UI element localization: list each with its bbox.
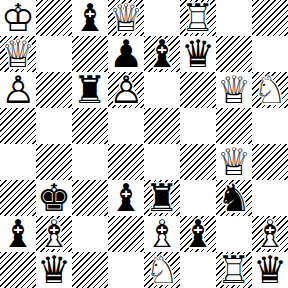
square-a2[interactable]: ♝♝ [0, 216, 36, 252]
piece-halo: ♞ [216, 180, 252, 216]
piece-halo: ♝ [144, 36, 180, 72]
square-c2[interactable] [72, 216, 108, 252]
square-h1[interactable]: ♛♛ [252, 252, 288, 288]
square-g5[interactable] [216, 108, 252, 144]
piece-halo: ♜ [144, 180, 180, 216]
piece-halo: ♟ [108, 72, 144, 108]
piece-halo: ♝ [0, 216, 36, 252]
square-a5[interactable] [0, 108, 36, 144]
square-c4[interactable] [72, 144, 108, 180]
piece-black-queen: ♛ [36, 252, 72, 288]
square-d3[interactable]: ♝♝ [108, 180, 144, 216]
piece-black-knight: ♞ [216, 180, 252, 216]
square-h3[interactable] [252, 180, 288, 216]
piece-halo: ♛ [180, 36, 216, 72]
square-f2[interactable]: ♝♝ [180, 216, 216, 252]
square-a7[interactable]: ♛♕ [0, 36, 36, 72]
square-a1[interactable] [0, 252, 36, 288]
piece-halo: ♚ [36, 180, 72, 216]
square-f5[interactable] [180, 108, 216, 144]
square-h2[interactable]: ♝♗ [252, 216, 288, 252]
piece-white-rook: ♖ [216, 252, 252, 288]
square-h8[interactable] [252, 0, 288, 36]
square-b4[interactable] [36, 144, 72, 180]
piece-halo: ♝ [252, 216, 288, 252]
piece-black-king: ♚ [36, 180, 72, 216]
piece-halo: ♜ [216, 252, 252, 288]
square-e3[interactable]: ♜♜ [144, 180, 180, 216]
square-b3[interactable]: ♚♚ [36, 180, 72, 216]
piece-black-bishop: ♝ [72, 0, 108, 36]
piece-halo: ♛ [108, 0, 144, 36]
square-f6[interactable] [180, 72, 216, 108]
square-g6[interactable]: ♛♕ [216, 72, 252, 108]
square-g4[interactable]: ♛♕ [216, 144, 252, 180]
piece-halo: ♝ [108, 180, 144, 216]
square-e4[interactable] [144, 144, 180, 180]
piece-halo: ♜ [180, 0, 216, 36]
square-c8[interactable]: ♝♝ [72, 0, 108, 36]
piece-halo: ♞ [144, 252, 180, 288]
piece-halo: ♜ [72, 72, 108, 108]
square-e6[interactable] [144, 72, 180, 108]
piece-black-bishop: ♝ [180, 216, 216, 252]
piece-halo: ♛ [216, 144, 252, 180]
piece-halo: ♛ [0, 36, 36, 72]
piece-halo: ♟ [0, 72, 36, 108]
piece-white-queen: ♕ [216, 144, 252, 180]
square-c6[interactable]: ♜♜ [72, 72, 108, 108]
square-b1[interactable]: ♛♛ [36, 252, 72, 288]
piece-white-king: ♔ [0, 0, 36, 36]
piece-white-bishop: ♗ [252, 216, 288, 252]
square-a6[interactable]: ♟♙ [0, 72, 36, 108]
piece-halo: ♝ [72, 0, 108, 36]
square-f8[interactable]: ♜♖ [180, 0, 216, 36]
chess-board: ♚♔♝♝♛♕♜♖♛♕♟♟♝♝♛♛♟♙♜♜♟♙♛♕♞♘♛♕♚♚♝♝♜♜♞♞♝♝♝♗… [0, 0, 288, 288]
square-c5[interactable] [72, 108, 108, 144]
square-b7[interactable] [36, 36, 72, 72]
square-g1[interactable]: ♜♖ [216, 252, 252, 288]
piece-halo: ♝ [144, 216, 180, 252]
piece-white-queen: ♕ [108, 0, 144, 36]
piece-white-knight: ♘ [144, 252, 180, 288]
piece-halo: ♛ [36, 252, 72, 288]
square-h5[interactable] [252, 108, 288, 144]
square-b6[interactable] [36, 72, 72, 108]
piece-halo: ♟ [108, 36, 144, 72]
piece-white-knight: ♘ [252, 72, 288, 108]
piece-white-bishop: ♗ [36, 216, 72, 252]
piece-white-pawn: ♙ [0, 72, 36, 108]
square-f4[interactable] [180, 144, 216, 180]
square-f7[interactable]: ♛♛ [180, 36, 216, 72]
square-g3[interactable]: ♞♞ [216, 180, 252, 216]
square-d2[interactable] [108, 216, 144, 252]
square-e7[interactable]: ♝♝ [144, 36, 180, 72]
piece-black-rook: ♜ [72, 72, 108, 108]
square-c7[interactable] [72, 36, 108, 72]
piece-black-bishop: ♝ [108, 180, 144, 216]
square-b5[interactable] [36, 108, 72, 144]
piece-black-queen: ♛ [252, 252, 288, 288]
square-f1[interactable] [180, 252, 216, 288]
square-d7[interactable]: ♟♟ [108, 36, 144, 72]
piece-white-queen: ♕ [0, 36, 36, 72]
square-d4[interactable] [108, 144, 144, 180]
square-d1[interactable] [108, 252, 144, 288]
piece-black-bishop: ♝ [0, 216, 36, 252]
square-d8[interactable]: ♛♕ [108, 0, 144, 36]
piece-halo: ♛ [252, 252, 288, 288]
piece-halo: ♝ [36, 216, 72, 252]
square-f3[interactable] [180, 180, 216, 216]
piece-halo: ♛ [216, 72, 252, 108]
square-c3[interactable] [72, 180, 108, 216]
square-e1[interactable]: ♞♘ [144, 252, 180, 288]
square-d6[interactable]: ♟♙ [108, 72, 144, 108]
square-c1[interactable] [72, 252, 108, 288]
square-a8[interactable]: ♚♔ [0, 0, 36, 36]
piece-halo: ♝ [180, 216, 216, 252]
square-h7[interactable] [252, 36, 288, 72]
square-g7[interactable] [216, 36, 252, 72]
square-g8[interactable] [216, 0, 252, 36]
piece-halo: ♚ [0, 0, 36, 36]
square-d5[interactable] [108, 108, 144, 144]
square-h4[interactable] [252, 144, 288, 180]
piece-black-rook: ♜ [144, 180, 180, 216]
square-a4[interactable] [0, 144, 36, 180]
square-b8[interactable] [36, 0, 72, 36]
piece-black-queen: ♛ [180, 36, 216, 72]
square-e5[interactable] [144, 108, 180, 144]
piece-white-queen: ♕ [216, 72, 252, 108]
square-a3[interactable] [0, 180, 36, 216]
piece-black-pawn: ♟ [108, 36, 144, 72]
piece-white-pawn: ♙ [108, 72, 144, 108]
piece-white-rook: ♖ [180, 0, 216, 36]
piece-black-bishop: ♝ [144, 36, 180, 72]
piece-halo: ♞ [252, 72, 288, 108]
square-b2[interactable]: ♝♗ [36, 216, 72, 252]
square-e2[interactable]: ♝♗ [144, 216, 180, 252]
piece-white-bishop: ♗ [144, 216, 180, 252]
square-g2[interactable] [216, 216, 252, 252]
square-h6[interactable]: ♞♘ [252, 72, 288, 108]
square-e8[interactable] [144, 0, 180, 36]
